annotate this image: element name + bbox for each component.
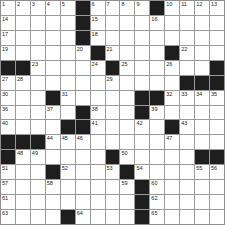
cell-r7c7[interactable] bbox=[91, 91, 105, 105]
clue-number-47: 47 bbox=[166, 135, 172, 141]
cell-r15c6[interactable]: 64 bbox=[76, 210, 90, 224]
cell-r9c9[interactable] bbox=[120, 120, 134, 134]
cell-r9c7[interactable]: 41 bbox=[91, 120, 105, 134]
cell-r13c3[interactable] bbox=[31, 180, 45, 194]
cell-r15c11[interactable]: 65 bbox=[150, 210, 164, 224]
black-cell-r13c10 bbox=[135, 180, 149, 194]
cell-r11c3[interactable]: 49 bbox=[31, 150, 45, 164]
clue-number-62: 62 bbox=[151, 195, 157, 201]
cell-r9c3[interactable] bbox=[31, 120, 45, 134]
crossword-puzzle: 1234567891011121314151617181920212223242… bbox=[0, 0, 225, 225]
clue-number-38: 38 bbox=[92, 106, 98, 112]
cell-r4c6[interactable]: 20 bbox=[76, 46, 90, 60]
black-cell-r12c9 bbox=[120, 165, 134, 179]
cell-r5c12[interactable]: 26 bbox=[165, 61, 179, 75]
cell-r13c7[interactable] bbox=[91, 180, 105, 194]
cell-r15c7[interactable] bbox=[91, 210, 105, 224]
clue-number-27: 27 bbox=[2, 76, 8, 82]
cell-r11c11[interactable] bbox=[150, 150, 164, 164]
cell-r1c5[interactable]: 5 bbox=[61, 1, 75, 15]
cell-r9c15[interactable] bbox=[210, 120, 224, 134]
cell-r1c4[interactable]: 4 bbox=[46, 1, 60, 15]
clue-number-26: 26 bbox=[166, 61, 172, 67]
cell-r10c11[interactable] bbox=[150, 135, 164, 149]
clue-number-30: 30 bbox=[2, 91, 8, 97]
clue-number-8: 8 bbox=[121, 1, 124, 7]
cell-r2c14[interactable] bbox=[195, 16, 209, 30]
cell-r3c2[interactable] bbox=[16, 31, 30, 45]
cell-r6c1[interactable]: 27 bbox=[1, 76, 15, 90]
black-cell-r10c3 bbox=[31, 135, 45, 149]
clue-number-55: 55 bbox=[196, 165, 202, 171]
black-cell-r9c5 bbox=[61, 120, 75, 134]
cell-r5c11[interactable] bbox=[150, 61, 164, 75]
cell-r7c14[interactable]: 34 bbox=[195, 91, 209, 105]
cell-r12c13[interactable] bbox=[180, 165, 194, 179]
cell-r7c12[interactable]: 32 bbox=[165, 91, 179, 105]
cell-r12c2[interactable] bbox=[16, 165, 30, 179]
cell-r11c7[interactable] bbox=[91, 150, 105, 164]
cell-r9c10[interactable]: 42 bbox=[135, 120, 149, 134]
black-cell-r14c10 bbox=[135, 195, 149, 209]
clue-number-48: 48 bbox=[17, 150, 23, 156]
cell-r8c11[interactable]: 39 bbox=[150, 106, 164, 120]
clue-number-59: 59 bbox=[121, 180, 127, 186]
cell-r3c7[interactable]: 18 bbox=[91, 31, 105, 45]
cell-r6c10[interactable] bbox=[135, 76, 149, 90]
cell-r14c15[interactable] bbox=[210, 195, 224, 209]
cell-r6c11[interactable] bbox=[150, 76, 164, 90]
black-cell-r5c1 bbox=[1, 61, 15, 75]
cell-r15c12[interactable] bbox=[165, 210, 179, 224]
cell-r10c15[interactable] bbox=[210, 135, 224, 149]
cell-r7c1[interactable]: 30 bbox=[1, 91, 15, 105]
cell-r10c8[interactable] bbox=[106, 135, 120, 149]
clue-number-41: 41 bbox=[92, 120, 98, 126]
black-cell-r11c1 bbox=[1, 150, 15, 164]
clue-number-25: 25 bbox=[121, 61, 127, 67]
clue-number-56: 56 bbox=[211, 165, 217, 171]
cell-r10c12[interactable]: 47 bbox=[165, 135, 179, 149]
cell-r11c6[interactable] bbox=[76, 150, 90, 164]
cell-r1c14[interactable]: 12 bbox=[195, 1, 209, 15]
clue-number-21: 21 bbox=[107, 46, 113, 52]
cell-r11c2[interactable]: 48 bbox=[16, 150, 30, 164]
cell-r12c3[interactable] bbox=[31, 165, 45, 179]
cell-r15c8[interactable] bbox=[106, 210, 120, 224]
clue-number-54: 54 bbox=[136, 165, 142, 171]
black-cell-r12c4 bbox=[46, 165, 60, 179]
clue-number-39: 39 bbox=[151, 106, 157, 112]
clue-number-28: 28 bbox=[17, 76, 23, 82]
clue-number-22: 22 bbox=[181, 46, 187, 52]
cell-r6c8[interactable]: 29 bbox=[106, 76, 120, 90]
cell-r8c9[interactable] bbox=[120, 106, 134, 120]
cell-r14c8[interactable] bbox=[106, 195, 120, 209]
cell-r15c14[interactable] bbox=[195, 210, 209, 224]
cell-r4c15[interactable] bbox=[210, 46, 224, 60]
cell-r8c3[interactable] bbox=[31, 106, 45, 120]
cell-r2c1[interactable]: 14 bbox=[1, 16, 15, 30]
cell-r2c10[interactable] bbox=[135, 16, 149, 30]
clue-number-23: 23 bbox=[32, 61, 38, 67]
cell-r3c9[interactable] bbox=[120, 31, 134, 45]
clue-number-45: 45 bbox=[62, 135, 68, 141]
cell-r11c4[interactable] bbox=[46, 150, 60, 164]
cell-r2c4[interactable] bbox=[46, 16, 60, 30]
clue-number-53: 53 bbox=[107, 165, 113, 171]
cell-r4c8[interactable]: 21 bbox=[106, 46, 120, 60]
cell-r3c14[interactable] bbox=[195, 31, 209, 45]
clue-number-20: 20 bbox=[77, 46, 83, 52]
cell-r13c11[interactable]: 60 bbox=[150, 180, 164, 194]
black-cell-r8c10 bbox=[135, 106, 149, 120]
cell-r5c10[interactable] bbox=[135, 61, 149, 75]
cell-r1c8[interactable]: 7 bbox=[106, 1, 120, 15]
cell-r15c4[interactable] bbox=[46, 210, 60, 224]
clue-number-43: 43 bbox=[181, 120, 187, 126]
cell-r13c2[interactable] bbox=[16, 180, 30, 194]
clue-number-18: 18 bbox=[92, 31, 98, 37]
cell-r7c15[interactable]: 35 bbox=[210, 91, 224, 105]
cell-r2c13[interactable] bbox=[180, 16, 194, 30]
cell-r12c15[interactable]: 56 bbox=[210, 165, 224, 179]
clue-number-17: 17 bbox=[2, 31, 8, 37]
cell-r7c8[interactable] bbox=[106, 91, 120, 105]
black-cell-r4c12 bbox=[165, 46, 179, 60]
clue-number-35: 35 bbox=[211, 91, 217, 97]
cell-r6c3[interactable] bbox=[31, 76, 45, 90]
clue-number-15: 15 bbox=[92, 16, 98, 22]
clue-number-57: 57 bbox=[2, 180, 8, 186]
crossword-grid: 1234567891011121314151617181920212223242… bbox=[0, 0, 225, 225]
cell-r1c1[interactable]: 1 bbox=[1, 1, 15, 15]
cell-r14c9[interactable] bbox=[120, 195, 134, 209]
cell-r14c1[interactable]: 61 bbox=[1, 195, 15, 209]
clue-number-46: 46 bbox=[77, 135, 83, 141]
cell-r12c12[interactable] bbox=[165, 165, 179, 179]
cell-r7c2[interactable] bbox=[16, 91, 30, 105]
cell-r14c4[interactable] bbox=[46, 195, 60, 209]
cell-r8c12[interactable] bbox=[165, 106, 179, 120]
cell-r2c7[interactable]: 15 bbox=[91, 16, 105, 30]
cell-r6c4[interactable] bbox=[46, 76, 60, 90]
cell-r14c6[interactable] bbox=[76, 195, 90, 209]
black-cell-r5c15 bbox=[210, 61, 224, 75]
cell-r13c12[interactable] bbox=[165, 180, 179, 194]
cell-r1c3[interactable]: 3 bbox=[31, 1, 45, 15]
cell-r9c13[interactable]: 43 bbox=[180, 120, 194, 134]
cell-r1c2[interactable]: 2 bbox=[16, 1, 30, 15]
cell-r9c8[interactable] bbox=[106, 120, 120, 134]
clue-number-61: 61 bbox=[2, 195, 8, 201]
cell-r1c13[interactable]: 11 bbox=[180, 1, 194, 15]
black-cell-r8c6 bbox=[76, 106, 90, 120]
cell-r3c4[interactable] bbox=[46, 31, 60, 45]
clue-number-29: 29 bbox=[107, 76, 113, 82]
clue-number-60: 60 bbox=[151, 180, 157, 186]
cell-r10c5[interactable]: 45 bbox=[61, 135, 75, 149]
cell-r2c2[interactable] bbox=[16, 16, 30, 30]
cell-r9c11[interactable] bbox=[150, 120, 164, 134]
cell-r15c13[interactable] bbox=[180, 210, 194, 224]
cell-r15c1[interactable]: 63 bbox=[1, 210, 15, 224]
clue-number-14: 14 bbox=[2, 16, 8, 22]
black-cell-r15c10 bbox=[135, 210, 149, 224]
cell-r6c2[interactable]: 28 bbox=[16, 76, 30, 90]
clue-number-33: 33 bbox=[181, 91, 187, 97]
clue-number-5: 5 bbox=[62, 1, 65, 7]
cell-r14c3[interactable] bbox=[31, 195, 45, 209]
cell-r11c9[interactable]: 50 bbox=[120, 150, 134, 164]
cell-r14c2[interactable] bbox=[16, 195, 30, 209]
clue-number-19: 19 bbox=[2, 46, 8, 52]
clue-number-1: 1 bbox=[2, 1, 5, 7]
clue-number-16: 16 bbox=[151, 16, 157, 22]
cell-r5c4[interactable] bbox=[46, 61, 60, 75]
black-cell-r5c8 bbox=[106, 61, 120, 75]
clue-number-44: 44 bbox=[47, 135, 53, 141]
cell-r3c8[interactable] bbox=[106, 31, 120, 45]
cell-r2c9[interactable] bbox=[120, 16, 134, 30]
cell-r5c7[interactable]: 24 bbox=[91, 61, 105, 75]
clue-number-52: 52 bbox=[62, 165, 68, 171]
cell-r5c9[interactable]: 25 bbox=[120, 61, 134, 75]
cell-r8c2[interactable] bbox=[16, 106, 30, 120]
cell-r2c11[interactable]: 16 bbox=[150, 16, 164, 30]
clue-number-50: 50 bbox=[121, 150, 127, 156]
cell-r14c11[interactable]: 62 bbox=[150, 195, 164, 209]
cell-r13c6[interactable] bbox=[76, 180, 90, 194]
clue-number-3: 3 bbox=[32, 1, 35, 7]
cell-r5c3[interactable]: 23 bbox=[31, 61, 45, 75]
black-cell-r6c15 bbox=[210, 76, 224, 90]
cell-r14c14[interactable] bbox=[195, 195, 209, 209]
cell-r7c13[interactable]: 33 bbox=[180, 91, 194, 105]
cell-r4c14[interactable] bbox=[195, 46, 209, 60]
clue-number-65: 65 bbox=[151, 210, 157, 216]
cell-r13c15[interactable] bbox=[210, 180, 224, 194]
cell-r3c12[interactable] bbox=[165, 31, 179, 45]
black-cell-r7c4 bbox=[46, 91, 60, 105]
cell-r10c10[interactable] bbox=[135, 135, 149, 149]
clue-number-63: 63 bbox=[2, 210, 8, 216]
clue-number-64: 64 bbox=[77, 210, 83, 216]
clue-number-40: 40 bbox=[2, 120, 8, 126]
cell-r1c15[interactable]: 13 bbox=[210, 1, 224, 15]
cell-r4c4[interactable] bbox=[46, 46, 60, 60]
cell-r12c7[interactable] bbox=[91, 165, 105, 179]
black-cell-r1c6 bbox=[76, 1, 90, 15]
cell-r15c9[interactable] bbox=[120, 210, 134, 224]
cell-r12c1[interactable]: 51 bbox=[1, 165, 15, 179]
black-cell-r9c12 bbox=[165, 120, 179, 134]
black-cell-r6c14 bbox=[195, 76, 209, 90]
cell-r8c14[interactable] bbox=[195, 106, 209, 120]
cell-r5c5[interactable] bbox=[61, 61, 75, 75]
cell-r7c6[interactable] bbox=[76, 91, 90, 105]
cell-r8c4[interactable]: 37 bbox=[46, 106, 60, 120]
clue-number-11: 11 bbox=[181, 1, 187, 7]
cell-r4c13[interactable]: 22 bbox=[180, 46, 194, 60]
clue-number-6: 6 bbox=[92, 1, 95, 7]
black-cell-r15c5 bbox=[61, 210, 75, 224]
cell-r10c7[interactable] bbox=[91, 135, 105, 149]
black-cell-r11c15 bbox=[210, 150, 224, 164]
cell-r9c4[interactable] bbox=[46, 120, 60, 134]
clue-number-13: 13 bbox=[211, 1, 217, 7]
cell-r1c10[interactable]: 9 bbox=[135, 1, 149, 15]
cell-r8c15[interactable] bbox=[210, 106, 224, 120]
cell-r8c13[interactable] bbox=[180, 106, 194, 120]
cell-r3c5[interactable] bbox=[61, 31, 75, 45]
cell-r14c13[interactable] bbox=[180, 195, 194, 209]
cell-r2c8[interactable] bbox=[106, 16, 120, 30]
cell-r12c14[interactable]: 55 bbox=[195, 165, 209, 179]
black-cell-r11c8 bbox=[106, 150, 120, 164]
cell-r10c14[interactable] bbox=[195, 135, 209, 149]
cell-r10c13[interactable] bbox=[180, 135, 194, 149]
cell-r5c13[interactable] bbox=[180, 61, 194, 75]
cell-r10c4[interactable]: 44 bbox=[46, 135, 60, 149]
cell-r11c5[interactable] bbox=[61, 150, 75, 164]
clue-number-4: 4 bbox=[47, 1, 50, 7]
black-cell-r11c14 bbox=[195, 150, 209, 164]
clue-number-10: 10 bbox=[166, 1, 172, 7]
clue-number-9: 9 bbox=[136, 1, 139, 7]
cell-r4c1[interactable]: 19 bbox=[1, 46, 15, 60]
cell-r9c2[interactable] bbox=[16, 120, 30, 134]
clue-number-42: 42 bbox=[136, 120, 142, 126]
cell-r3c10[interactable] bbox=[135, 31, 149, 45]
clue-number-51: 51 bbox=[2, 165, 8, 171]
cell-r8c7[interactable]: 38 bbox=[91, 106, 105, 120]
clue-number-2: 2 bbox=[17, 1, 20, 7]
cell-r2c3[interactable] bbox=[31, 16, 45, 30]
black-cell-r10c1 bbox=[1, 135, 15, 149]
cell-r4c5[interactable] bbox=[61, 46, 75, 60]
black-cell-r7c10 bbox=[135, 91, 149, 105]
cell-r3c15[interactable] bbox=[210, 31, 224, 45]
cell-r9c14[interactable] bbox=[195, 120, 209, 134]
cell-r12c10[interactable]: 54 bbox=[135, 165, 149, 179]
black-cell-r9c6 bbox=[76, 120, 90, 134]
cell-r2c12[interactable] bbox=[165, 16, 179, 30]
cell-r13c4[interactable]: 58 bbox=[46, 180, 60, 194]
cell-r5c14[interactable] bbox=[195, 61, 209, 75]
cell-r11c13[interactable] bbox=[180, 150, 194, 164]
cell-r14c7[interactable] bbox=[91, 195, 105, 209]
cell-r8c5[interactable] bbox=[61, 106, 75, 120]
clue-number-49: 49 bbox=[32, 150, 38, 156]
cell-r12c8[interactable]: 53 bbox=[106, 165, 120, 179]
clue-number-31: 31 bbox=[62, 91, 68, 97]
cell-r7c5[interactable]: 31 bbox=[61, 91, 75, 105]
cell-r3c3[interactable] bbox=[31, 31, 45, 45]
cell-r12c6[interactable] bbox=[76, 165, 90, 179]
black-cell-r6c13 bbox=[180, 76, 194, 90]
cell-r6c7[interactable] bbox=[91, 76, 105, 90]
clue-number-12: 12 bbox=[196, 1, 202, 7]
cell-r14c5[interactable] bbox=[61, 195, 75, 209]
black-cell-r5c2 bbox=[16, 61, 30, 75]
black-cell-r10c2 bbox=[16, 135, 30, 149]
black-cell-r4c7 bbox=[91, 46, 105, 60]
cell-r11c10[interactable] bbox=[135, 150, 149, 164]
cell-r6c9[interactable] bbox=[120, 76, 134, 90]
cell-r13c8[interactable] bbox=[106, 180, 120, 194]
cell-r5c6[interactable] bbox=[76, 61, 90, 75]
cell-r1c7[interactable]: 6 bbox=[91, 1, 105, 15]
cell-r13c13[interactable] bbox=[180, 180, 194, 194]
cell-r1c12[interactable]: 10 bbox=[165, 1, 179, 15]
cell-r2c15[interactable] bbox=[210, 16, 224, 30]
black-cell-r1c11 bbox=[150, 1, 164, 15]
cell-r3c1[interactable]: 17 bbox=[1, 31, 15, 45]
clue-number-36: 36 bbox=[2, 106, 8, 112]
cell-r8c1[interactable]: 36 bbox=[1, 106, 15, 120]
clue-number-24: 24 bbox=[92, 61, 98, 67]
cell-r6c12[interactable] bbox=[165, 76, 179, 90]
cell-r14c12[interactable] bbox=[165, 195, 179, 209]
cell-r4c11[interactable] bbox=[150, 46, 164, 60]
clue-number-37: 37 bbox=[47, 106, 53, 112]
cell-r8c8[interactable] bbox=[106, 106, 120, 120]
cell-r7c9[interactable] bbox=[120, 91, 134, 105]
cell-r1c9[interactable]: 8 bbox=[120, 1, 134, 15]
cell-r15c3[interactable] bbox=[31, 210, 45, 224]
cell-r4c9[interactable] bbox=[120, 46, 134, 60]
cell-r13c14[interactable] bbox=[195, 180, 209, 194]
cell-r13c5[interactable] bbox=[61, 180, 75, 194]
black-cell-r2c6 bbox=[76, 16, 90, 30]
cell-r15c2[interactable] bbox=[16, 210, 30, 224]
cell-r4c3[interactable] bbox=[31, 46, 45, 60]
cell-r3c13[interactable] bbox=[180, 31, 194, 45]
cell-r15c15[interactable] bbox=[210, 210, 224, 224]
clue-number-7: 7 bbox=[107, 1, 110, 7]
cell-r6c5[interactable] bbox=[61, 76, 75, 90]
black-cell-r3c6 bbox=[76, 31, 90, 45]
clue-number-34: 34 bbox=[196, 91, 202, 97]
clue-number-32: 32 bbox=[166, 91, 172, 97]
cell-r10c6[interactable]: 46 bbox=[76, 135, 90, 149]
cell-r6c6[interactable] bbox=[76, 76, 90, 90]
cell-r13c9[interactable]: 59 bbox=[120, 180, 134, 194]
black-cell-r7c11 bbox=[150, 91, 164, 105]
cell-r4c10[interactable] bbox=[135, 46, 149, 60]
cell-r12c11[interactable] bbox=[150, 165, 164, 179]
cell-r3c11[interactable] bbox=[150, 31, 164, 45]
cell-r10c9[interactable] bbox=[120, 135, 134, 149]
cell-r4c2[interactable] bbox=[16, 46, 30, 60]
cell-r2c5[interactable] bbox=[61, 16, 75, 30]
clue-number-58: 58 bbox=[47, 180, 53, 186]
cell-r11c12[interactable] bbox=[165, 150, 179, 164]
cell-r12c5[interactable]: 52 bbox=[61, 165, 75, 179]
cell-r9c1[interactable]: 40 bbox=[1, 120, 15, 134]
cell-r7c3[interactable] bbox=[31, 91, 45, 105]
cell-r13c1[interactable]: 57 bbox=[1, 180, 15, 194]
